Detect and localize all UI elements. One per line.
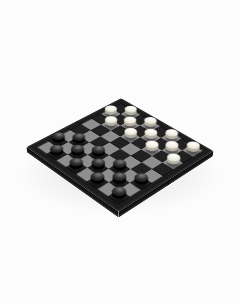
piece-black-f1: [87, 176, 107, 188]
product-photo-scene: [0, 0, 240, 303]
piece-white-h8: [184, 145, 202, 156]
piece-white-f6: [142, 144, 160, 155]
piece-white-b6: [102, 120, 120, 130]
piece-white-h6: [164, 157, 183, 169]
piece-black-h1: [109, 190, 129, 203]
piece-black-h3: [132, 177, 152, 190]
piece-black-d1: [67, 162, 86, 174]
piece-white-d6: [121, 132, 139, 143]
